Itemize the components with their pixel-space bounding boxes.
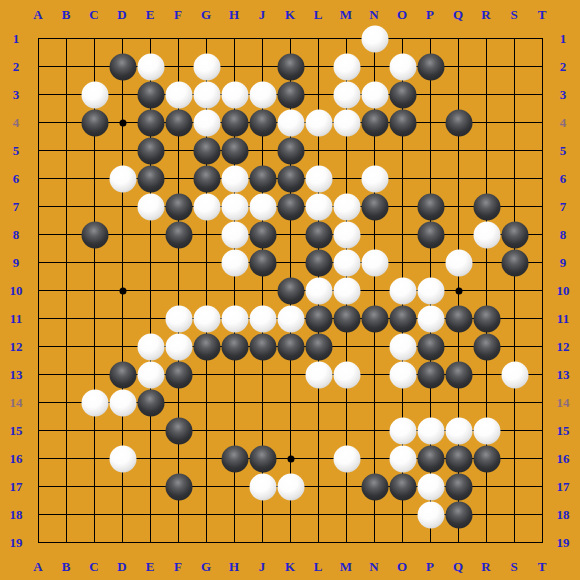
white-stone-F12[interactable]: [165, 333, 192, 360]
white-stone-H9[interactable]: [221, 249, 248, 276]
black-stone-P16[interactable]: [417, 445, 444, 472]
black-stone-D2[interactable]: [109, 53, 136, 80]
white-stone-J11[interactable]: [249, 305, 276, 332]
white-stone-E7[interactable]: [137, 193, 164, 220]
black-stone-P2[interactable]: [417, 53, 444, 80]
white-stone-E13[interactable]: [137, 361, 164, 388]
white-stone-O12[interactable]: [389, 333, 416, 360]
black-stone-G5[interactable]: [193, 137, 220, 164]
black-stone-J16[interactable]: [249, 445, 276, 472]
black-stone-O3[interactable]: [389, 81, 416, 108]
black-stone-K6[interactable]: [277, 165, 304, 192]
black-stone-N17[interactable]: [361, 473, 388, 500]
black-stone-N7[interactable]: [361, 193, 388, 220]
white-stone-K4[interactable]: [277, 109, 304, 136]
black-stone-H4[interactable]: [221, 109, 248, 136]
white-stone-G11[interactable]: [193, 305, 220, 332]
white-stone-P15[interactable]: [417, 417, 444, 444]
black-stone-S9[interactable]: [501, 249, 528, 276]
white-stone-M7[interactable]: [333, 193, 360, 220]
black-stone-Q11[interactable]: [445, 305, 472, 332]
black-stone-O17[interactable]: [389, 473, 416, 500]
black-stone-F13[interactable]: [165, 361, 192, 388]
white-stone-R8[interactable]: [473, 221, 500, 248]
black-stone-F17[interactable]: [165, 473, 192, 500]
black-stone-Q4[interactable]: [445, 109, 472, 136]
black-stone-L11[interactable]: [305, 305, 332, 332]
white-stone-H7[interactable]: [221, 193, 248, 220]
white-stone-N6[interactable]: [361, 165, 388, 192]
black-stone-J4[interactable]: [249, 109, 276, 136]
black-stone-P13[interactable]: [417, 361, 444, 388]
black-stone-E4[interactable]: [137, 109, 164, 136]
white-stone-F11[interactable]: [165, 305, 192, 332]
black-stone-F7[interactable]: [165, 193, 192, 220]
black-stone-R11[interactable]: [473, 305, 500, 332]
white-stone-Q15[interactable]: [445, 417, 472, 444]
black-stone-E6[interactable]: [137, 165, 164, 192]
white-stone-P18[interactable]: [417, 501, 444, 528]
white-stone-P10[interactable]: [417, 277, 444, 304]
white-stone-G2[interactable]: [193, 53, 220, 80]
black-stone-G6[interactable]: [193, 165, 220, 192]
black-stone-E14[interactable]: [137, 389, 164, 416]
black-stone-O11[interactable]: [389, 305, 416, 332]
white-stone-L10[interactable]: [305, 277, 332, 304]
black-stone-P8[interactable]: [417, 221, 444, 248]
black-stone-N11[interactable]: [361, 305, 388, 332]
black-stone-D13[interactable]: [109, 361, 136, 388]
black-stone-H12[interactable]: [221, 333, 248, 360]
go-board[interactable]: AABBCCDDEEFFGGHHJJKKLLMMNNOOPPQQRRSSTT11…: [0, 0, 580, 580]
white-stone-N3[interactable]: [361, 81, 388, 108]
white-stone-L4[interactable]: [305, 109, 332, 136]
black-stone-R16[interactable]: [473, 445, 500, 472]
black-stone-P12[interactable]: [417, 333, 444, 360]
black-stone-J6[interactable]: [249, 165, 276, 192]
white-stone-C3[interactable]: [81, 81, 108, 108]
white-stone-G4[interactable]: [193, 109, 220, 136]
black-stone-K2[interactable]: [277, 53, 304, 80]
black-stone-C4[interactable]: [81, 109, 108, 136]
black-stone-K7[interactable]: [277, 193, 304, 220]
white-stone-K17[interactable]: [277, 473, 304, 500]
black-stone-J8[interactable]: [249, 221, 276, 248]
white-stone-J3[interactable]: [249, 81, 276, 108]
white-stone-S13[interactable]: [501, 361, 528, 388]
white-stone-N9[interactable]: [361, 249, 388, 276]
white-stone-L13[interactable]: [305, 361, 332, 388]
white-stone-H8[interactable]: [221, 221, 248, 248]
white-stone-H11[interactable]: [221, 305, 248, 332]
black-stone-K12[interactable]: [277, 333, 304, 360]
white-stone-M8[interactable]: [333, 221, 360, 248]
white-stone-J17[interactable]: [249, 473, 276, 500]
black-stone-O4[interactable]: [389, 109, 416, 136]
black-stone-N4[interactable]: [361, 109, 388, 136]
black-stone-S8[interactable]: [501, 221, 528, 248]
white-stone-O13[interactable]: [389, 361, 416, 388]
white-stone-D6[interactable]: [109, 165, 136, 192]
black-stone-J9[interactable]: [249, 249, 276, 276]
black-stone-K10[interactable]: [277, 277, 304, 304]
white-stone-P11[interactable]: [417, 305, 444, 332]
black-stone-H5[interactable]: [221, 137, 248, 164]
black-stone-E3[interactable]: [137, 81, 164, 108]
black-stone-M11[interactable]: [333, 305, 360, 332]
black-stone-F8[interactable]: [165, 221, 192, 248]
black-stone-Q18[interactable]: [445, 501, 472, 528]
black-stone-P7[interactable]: [417, 193, 444, 220]
white-stone-L6[interactable]: [305, 165, 332, 192]
white-stone-L7[interactable]: [305, 193, 332, 220]
black-stone-F4[interactable]: [165, 109, 192, 136]
white-stone-H6[interactable]: [221, 165, 248, 192]
white-stone-G3[interactable]: [193, 81, 220, 108]
white-stone-G7[interactable]: [193, 193, 220, 220]
black-stone-Q17[interactable]: [445, 473, 472, 500]
black-stone-R7[interactable]: [473, 193, 500, 220]
white-stone-O10[interactable]: [389, 277, 416, 304]
black-stone-K5[interactable]: [277, 137, 304, 164]
black-stone-H16[interactable]: [221, 445, 248, 472]
white-stone-D16[interactable]: [109, 445, 136, 472]
white-stone-M2[interactable]: [333, 53, 360, 80]
white-stone-M16[interactable]: [333, 445, 360, 472]
white-stone-M13[interactable]: [333, 361, 360, 388]
white-stone-M4[interactable]: [333, 109, 360, 136]
white-stone-O15[interactable]: [389, 417, 416, 444]
white-stone-K11[interactable]: [277, 305, 304, 332]
white-stone-D14[interactable]: [109, 389, 136, 416]
black-stone-R12[interactable]: [473, 333, 500, 360]
stones[interactable]: [0, 0, 580, 580]
black-stone-Q13[interactable]: [445, 361, 472, 388]
white-stone-F3[interactable]: [165, 81, 192, 108]
white-stone-E12[interactable]: [137, 333, 164, 360]
white-stone-M3[interactable]: [333, 81, 360, 108]
black-stone-K3[interactable]: [277, 81, 304, 108]
white-stone-C14[interactable]: [81, 389, 108, 416]
white-stone-M9[interactable]: [333, 249, 360, 276]
white-stone-Q9[interactable]: [445, 249, 472, 276]
black-stone-C8[interactable]: [81, 221, 108, 248]
white-stone-J7[interactable]: [249, 193, 276, 220]
black-stone-G12[interactable]: [193, 333, 220, 360]
black-stone-E5[interactable]: [137, 137, 164, 164]
white-stone-O2[interactable]: [389, 53, 416, 80]
white-stone-R15[interactable]: [473, 417, 500, 444]
white-stone-P17[interactable]: [417, 473, 444, 500]
black-stone-F15[interactable]: [165, 417, 192, 444]
black-stone-L8[interactable]: [305, 221, 332, 248]
black-stone-L12[interactable]: [305, 333, 332, 360]
black-stone-J12[interactable]: [249, 333, 276, 360]
white-stone-E2[interactable]: [137, 53, 164, 80]
black-stone-Q16[interactable]: [445, 445, 472, 472]
white-stone-N1[interactable]: [361, 25, 388, 52]
white-stone-O16[interactable]: [389, 445, 416, 472]
white-stone-M10[interactable]: [333, 277, 360, 304]
black-stone-L9[interactable]: [305, 249, 332, 276]
white-stone-H3[interactable]: [221, 81, 248, 108]
